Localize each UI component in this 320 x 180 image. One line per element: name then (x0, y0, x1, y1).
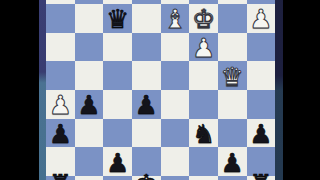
square-h6[interactable]: ♟ (46, 119, 75, 148)
board-edge-left-strip (39, 0, 46, 180)
black-rook[interactable]: ♜ (249, 170, 272, 180)
white-king[interactable]: ♚ (192, 5, 215, 33)
square-b7[interactable]: ♟ (218, 147, 247, 176)
square-h8[interactable]: ♜ (46, 176, 75, 180)
square-d7[interactable] (161, 147, 190, 176)
square-a3[interactable] (247, 33, 276, 62)
square-b5[interactable] (218, 90, 247, 119)
square-e4[interactable] (132, 61, 161, 90)
square-e6[interactable] (132, 119, 161, 148)
square-e2[interactable] (132, 4, 161, 33)
square-g2[interactable] (75, 4, 104, 33)
square-g8[interactable] (75, 176, 104, 180)
black-king[interactable]: ♚ (135, 170, 158, 180)
square-g5[interactable]: ♟ (75, 90, 104, 119)
square-c7[interactable] (189, 147, 218, 176)
square-b6[interactable] (218, 119, 247, 148)
square-h4[interactable] (46, 61, 75, 90)
black-pawn[interactable]: ♟ (49, 120, 72, 148)
square-c3[interactable]: ♟ (189, 33, 218, 62)
square-e8[interactable]: ♚ (132, 176, 161, 180)
square-b3[interactable] (218, 33, 247, 62)
square-d2[interactable]: ♝ (161, 4, 190, 33)
board-edge-right-strip (275, 0, 283, 180)
white-pawn[interactable]: ♟ (192, 34, 215, 62)
square-a6[interactable]: ♟ (247, 119, 276, 148)
chess-board: ♛♝♚♟♟♛♟♟♟♟♞♟♟♟♜♚♜ (46, 0, 275, 180)
square-b2[interactable] (218, 4, 247, 33)
square-f3[interactable] (103, 33, 132, 62)
square-c2[interactable]: ♚ (189, 4, 218, 33)
black-pawn[interactable]: ♟ (77, 91, 100, 119)
square-e3[interactable] (132, 33, 161, 62)
white-bishop[interactable]: ♝ (163, 5, 186, 33)
square-b4[interactable]: ♛ (218, 61, 247, 90)
black-queen[interactable]: ♛ (106, 5, 129, 33)
square-a4[interactable] (247, 61, 276, 90)
square-f4[interactable] (103, 61, 132, 90)
square-d4[interactable] (161, 61, 190, 90)
square-h2[interactable] (46, 4, 75, 33)
square-c5[interactable] (189, 90, 218, 119)
white-pawn[interactable]: ♟ (249, 5, 272, 33)
square-d8[interactable] (161, 176, 190, 180)
black-pawn[interactable]: ♟ (135, 91, 158, 119)
square-g7[interactable] (75, 147, 104, 176)
square-c8[interactable] (189, 176, 218, 180)
square-a8[interactable]: ♜ (247, 176, 276, 180)
black-pawn[interactable]: ♟ (249, 120, 272, 148)
video-frame: ♛♝♚♟♟♛♟♟♟♟♞♟♟♟♜♚♜ (0, 0, 320, 180)
square-f5[interactable] (103, 90, 132, 119)
square-d6[interactable] (161, 119, 190, 148)
square-d3[interactable] (161, 33, 190, 62)
square-f2[interactable]: ♛ (103, 4, 132, 33)
square-a5[interactable] (247, 90, 276, 119)
square-g3[interactable] (75, 33, 104, 62)
black-pawn[interactable]: ♟ (106, 149, 129, 177)
square-c4[interactable] (189, 61, 218, 90)
square-a2[interactable]: ♟ (247, 4, 276, 33)
white-pawn[interactable]: ♟ (49, 91, 72, 119)
square-g6[interactable] (75, 119, 104, 148)
square-h5[interactable]: ♟ (46, 90, 75, 119)
square-d5[interactable] (161, 90, 190, 119)
black-pawn[interactable]: ♟ (221, 149, 244, 177)
square-e5[interactable]: ♟ (132, 90, 161, 119)
white-queen[interactable]: ♛ (221, 63, 244, 91)
black-knight[interactable]: ♞ (192, 120, 215, 148)
black-rook[interactable]: ♜ (49, 170, 72, 180)
square-g4[interactable] (75, 61, 104, 90)
square-h3[interactable] (46, 33, 75, 62)
square-f6[interactable] (103, 119, 132, 148)
square-c6[interactable]: ♞ (189, 119, 218, 148)
square-f7[interactable]: ♟ (103, 147, 132, 176)
